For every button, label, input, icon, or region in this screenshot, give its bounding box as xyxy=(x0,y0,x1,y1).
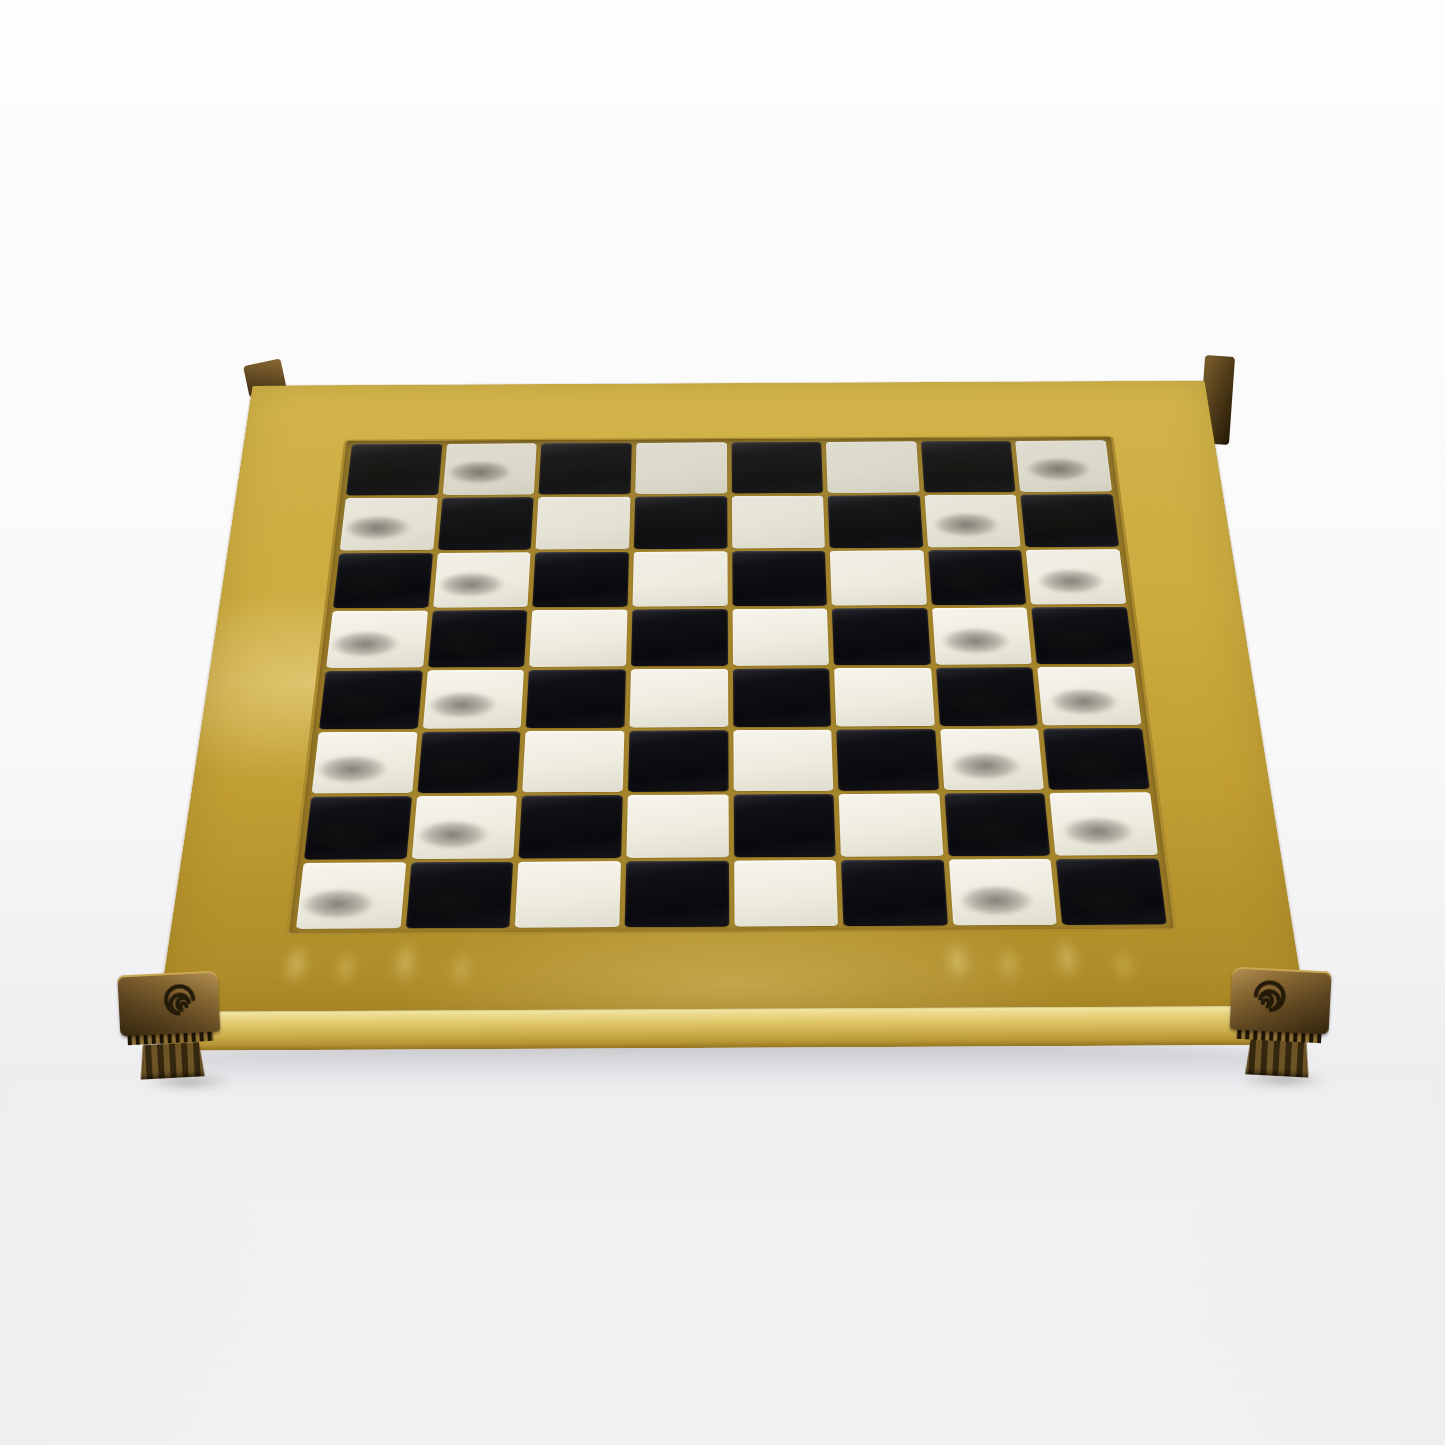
square-g8[interactable] xyxy=(1050,792,1158,856)
corner-foot-near-right xyxy=(1227,966,1332,1079)
frame-reflection-left xyxy=(261,937,518,1004)
ionic-volute-icon xyxy=(147,975,211,1027)
foot-flutes xyxy=(139,1042,205,1080)
square-h1[interactable] xyxy=(296,863,406,929)
square-h5[interactable] xyxy=(734,860,839,926)
square-g5[interactable] xyxy=(733,794,836,858)
foot-capital xyxy=(1230,966,1332,1034)
square-f5[interactable] xyxy=(733,730,834,791)
square-f3[interactable] xyxy=(522,731,624,792)
scene-3d: ♜♞♝♛♚♝♞♜♟♟♟♟♟♟♟♟♟♟♟♟♟♟♟♟♜♞♝♛♚♝♞♜ xyxy=(0,0,1445,1445)
square-f6[interactable] xyxy=(836,729,938,790)
square-g6[interactable] xyxy=(839,793,943,857)
square-h4[interactable] xyxy=(625,861,729,927)
chessboard: ♜♞♝♛♚♝♞♜♟♟♟♟♟♟♟♟♟♟♟♟♟♟♟♟♜♞♝♛♚♝♞♜ xyxy=(159,381,1305,1012)
foot-capital xyxy=(117,970,220,1037)
square-h7[interactable] xyxy=(949,859,1058,925)
square-h2[interactable] xyxy=(406,862,514,928)
frame-reflection-right xyxy=(926,934,1183,1000)
scene-tilt: ♜♞♝♛♚♝♞♜♟♟♟♟♟♟♟♟♟♟♟♟♟♟♟♟♜♞♝♛♚♝♞♜ xyxy=(0,0,1445,1445)
square-h3[interactable] xyxy=(515,861,621,927)
pieces-layer: ♜♞♝♛♚♝♞♜♟♟♟♟♟♟♟♟♟♟♟♟♟♟♟♟♜♞♝♛♚♝♞♜ xyxy=(253,381,1205,386)
square-f4[interactable] xyxy=(628,730,728,791)
foot-flutes xyxy=(1245,1039,1310,1078)
square-g2[interactable] xyxy=(411,795,517,859)
corner-foot-near-left xyxy=(117,970,222,1081)
square-h8[interactable] xyxy=(1056,859,1167,925)
square-g4[interactable] xyxy=(626,794,728,858)
square-h6[interactable] xyxy=(841,860,948,926)
square-g1[interactable] xyxy=(304,796,412,860)
board-front-face xyxy=(159,1006,1305,1051)
square-g7[interactable] xyxy=(944,793,1050,857)
ionic-volute-icon xyxy=(1238,971,1302,1024)
square-g3[interactable] xyxy=(519,795,623,859)
photo-background: ♜♞♝♛♚♝♞♜♟♟♟♟♟♟♟♟♟♟♟♟♟♟♟♟♜♞♝♛♚♝♞♜ xyxy=(0,0,1445,1445)
